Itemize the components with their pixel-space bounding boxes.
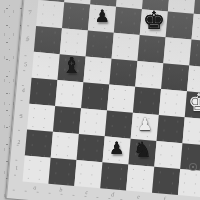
square-d5 (109, 59, 137, 87)
square-a2 (25, 130, 53, 158)
square-b1 (48, 158, 76, 186)
square-e4 (133, 87, 161, 115)
square-a1 (23, 155, 51, 183)
square-d2 (102, 136, 130, 164)
square-c7 (88, 5, 116, 33)
square-e6 (137, 35, 165, 63)
square-f4 (159, 89, 187, 117)
file-label-d: d (100, 190, 126, 198)
square-c1 (74, 160, 102, 188)
square-f3 (157, 115, 185, 143)
square-c5 (83, 56, 111, 84)
square-g6 (189, 40, 200, 68)
file-label-a: a (22, 183, 48, 191)
square-f1 (152, 167, 180, 195)
square-c3 (79, 108, 107, 136)
file-label-g: g (177, 197, 200, 200)
rank-label-7: 7 (24, 0, 36, 26)
square-b6 (60, 28, 88, 56)
file-label-f: f (151, 195, 177, 200)
square-a3 (27, 104, 55, 132)
square-a4 (29, 78, 57, 106)
square-d4 (107, 85, 135, 113)
square-d3 (105, 110, 133, 138)
square-c6 (86, 31, 114, 59)
rank-label-6: 6 (22, 25, 34, 52)
file-label-e: e (125, 192, 151, 200)
square-b4 (55, 80, 83, 108)
square-b5 (57, 54, 85, 82)
square-e7 (140, 9, 168, 37)
square-b2 (51, 132, 79, 160)
square-g5 (187, 65, 200, 93)
file-label-b: b (48, 186, 74, 194)
rank-label-3: 3 (15, 103, 27, 130)
rank-label-4: 4 (17, 77, 29, 104)
board-grid (23, 0, 200, 200)
rank-label-2: 2 (13, 129, 25, 156)
square-g4 (185, 91, 200, 119)
square-d6 (112, 33, 140, 61)
square-e3 (131, 113, 159, 141)
printed-circle-mark (189, 163, 197, 171)
square-e5 (135, 61, 163, 89)
square-b3 (53, 106, 81, 134)
square-f5 (161, 63, 189, 91)
square-g3 (182, 117, 200, 145)
square-f7 (166, 11, 194, 39)
square-b7 (62, 2, 90, 30)
square-e1 (126, 165, 154, 193)
file-label-c: c (74, 188, 100, 196)
square-a7 (36, 0, 64, 28)
square-d1 (100, 162, 128, 190)
square-g7 (192, 14, 200, 42)
square-g1 (178, 169, 200, 197)
square-f6 (163, 37, 191, 65)
square-d7 (114, 7, 142, 35)
table-surface: abcdefgh12345678♟♚♝♚♟♟♞ (0, 0, 200, 200)
square-c4 (81, 82, 109, 110)
rank-label-1: 1 (11, 154, 23, 181)
chess-board: abcdefgh12345678♟♚♝♚♟♟♞ (6, 0, 200, 200)
square-a5 (32, 52, 60, 80)
square-a6 (34, 26, 62, 54)
rank-label-5: 5 (20, 51, 32, 78)
square-f2 (154, 141, 182, 169)
square-c2 (77, 134, 105, 162)
square-e2 (128, 139, 156, 167)
